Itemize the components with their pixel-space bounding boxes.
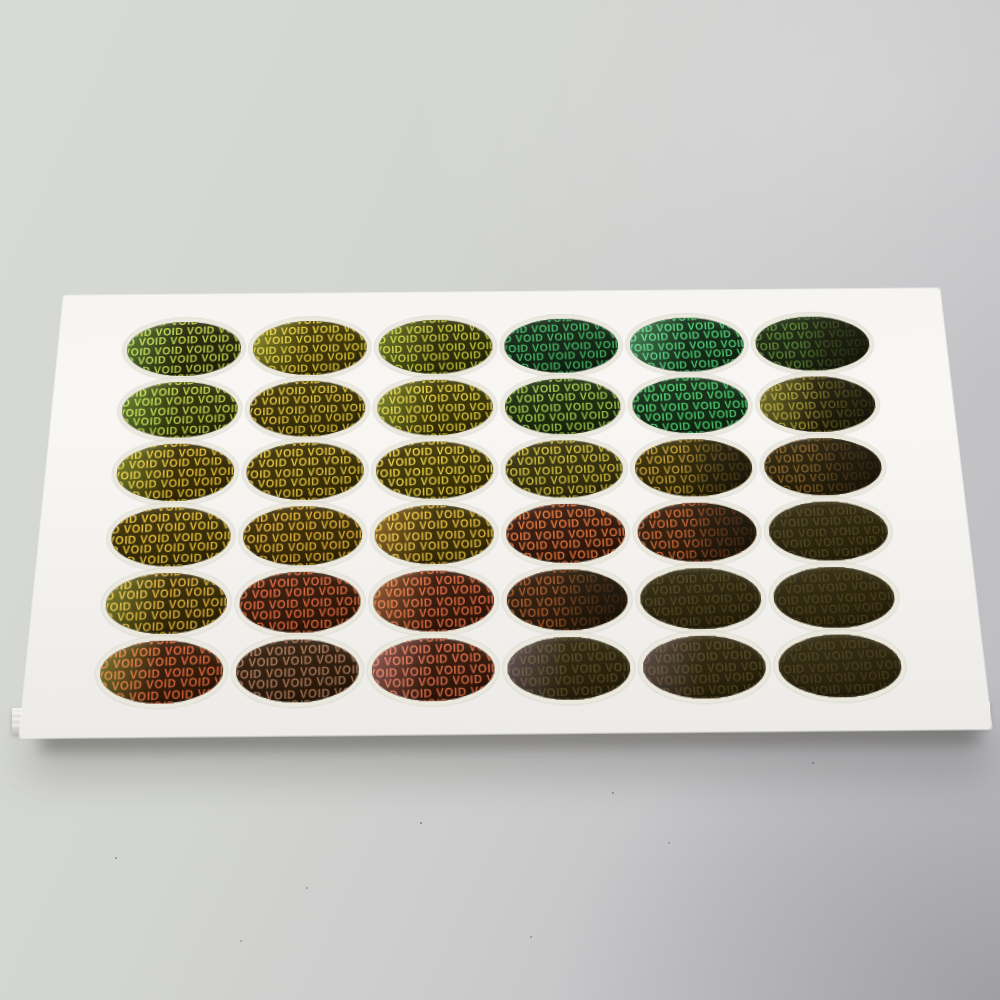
void-text-pattern: VOID VOID VOID VOID VOID VOIDVOID VOID V… bbox=[252, 321, 368, 376]
void-text-pattern: VOID VOID VOID VOID VOID VOIDVOID VOID V… bbox=[505, 440, 623, 498]
void-text-pattern: VOID VOID VOID VOID VOID VOIDVOID VOID V… bbox=[234, 639, 359, 703]
sticker-cell: VOID VOID VOID VOID VOID VOIDVOID VOID V… bbox=[500, 566, 635, 635]
void-text-pattern: VOID VOID VOID VOID VOID VOIDVOID VOID V… bbox=[125, 322, 242, 377]
void-sticker-r2c5: VOID VOID VOID VOID VOID VOIDVOID VOID V… bbox=[631, 377, 749, 433]
void-text-pattern: VOID VOID VOID VOID VOID VOIDVOID VOID V… bbox=[506, 503, 626, 563]
sticker-cell: VOID VOID VOID VOID VOID VOIDVOID VOID V… bbox=[765, 563, 904, 632]
sticker-cell: VOID VOID VOID VOID VOID VOIDVOID VOID V… bbox=[770, 631, 911, 702]
void-sticker-r1c4: VOID VOID VOID VOID VOID VOIDVOID VOID V… bbox=[504, 318, 619, 373]
sticker-cell: VOID VOID VOID VOID VOID VOIDVOID VOID V… bbox=[235, 502, 369, 569]
void-sticker-r1c2: VOID VOID VOID VOID VOID VOIDVOID VOID V… bbox=[252, 321, 368, 376]
void-sticker-r2c6: VOID VOID VOID VOID VOID VOIDVOID VOID V… bbox=[758, 376, 878, 432]
void-sticker-r6c6: VOID VOID VOID VOID VOID VOIDVOID VOID V… bbox=[776, 634, 904, 698]
sticker-cell: VOID VOID VOID VOID VOID VOIDVOID VOID V… bbox=[231, 568, 367, 637]
void-sticker-r5c4: VOID VOID VOID VOID VOID VOIDVOID VOID V… bbox=[507, 569, 629, 631]
sticker-cell: VOID VOID VOID VOID VOID VOIDVOID VOID V… bbox=[102, 504, 238, 571]
void-text-pattern: VOID VOID VOID VOID VOID VOIDVOID VOID V… bbox=[374, 505, 494, 565]
void-text-pattern: VOID VOID VOID VOID VOID VOIDVOID VOID V… bbox=[245, 442, 364, 500]
sticker-cell: VOID VOID VOID VOID VOID VOIDVOID VOID V… bbox=[366, 567, 501, 636]
void-sticker-r4c3: VOID VOID VOID VOID VOID VOIDVOID VOID V… bbox=[374, 505, 494, 565]
void-sticker-r4c1: VOID VOID VOID VOID VOID VOIDVOID VOID V… bbox=[109, 507, 232, 567]
void-sticker-r3c5: VOID VOID VOID VOID VOID VOIDVOID VOID V… bbox=[634, 439, 754, 497]
sticker-cell: VOID VOID VOID VOID VOID VOIDVOID VOID V… bbox=[628, 436, 761, 501]
sticker-cell: VOID VOID VOID VOID VOID VOIDVOID VOID V… bbox=[499, 375, 628, 438]
void-sticker-r1c3: VOID VOID VOID VOID VOID VOIDVOID VOID V… bbox=[378, 319, 492, 374]
void-sticker-r6c4: VOID VOID VOID VOID VOID VOIDVOID VOID V… bbox=[507, 637, 631, 701]
void-sticker-r4c4: VOID VOID VOID VOID VOID VOIDVOID VOID V… bbox=[506, 503, 626, 563]
sticker-cell: VOID VOID VOID VOID VOID VOIDVOID VOID V… bbox=[748, 313, 879, 374]
void-text-pattern: VOID VOID VOID VOID VOID VOIDVOID VOID V… bbox=[762, 438, 884, 496]
void-text-pattern: VOID VOID VOID VOID VOID VOIDVOID VOID V… bbox=[776, 634, 904, 698]
sticker-cell: VOID VOID VOID VOID VOID VOIDVOID VOID V… bbox=[368, 501, 501, 568]
void-sticker-r3c2: VOID VOID VOID VOID VOID VOIDVOID VOID V… bbox=[245, 442, 364, 500]
sticker-cell: VOID VOID VOID VOID VOID VOIDVOID VOID V… bbox=[633, 564, 770, 633]
sticker-grid: VOID VOID VOID VOID VOID VOIDVOID VOID V… bbox=[91, 313, 911, 708]
sticker-cell: VOID VOID VOID VOID VOID VOIDVOID VOID V… bbox=[501, 633, 638, 704]
sticker-cell: VOID VOID VOID VOID VOID VOIDVOID VOID V… bbox=[372, 316, 499, 377]
void-sticker-r6c5: VOID VOID VOID VOID VOID VOIDVOID VOID V… bbox=[642, 635, 768, 699]
dust-specks bbox=[0, 0, 2, 2]
sticker-cell: VOID VOID VOID VOID VOID VOIDVOID VOID V… bbox=[499, 437, 630, 502]
void-text-pattern: VOID VOID VOID VOID VOID VOIDVOID VOID V… bbox=[120, 382, 239, 439]
void-text-pattern: VOID VOID VOID VOID VOID VOIDVOID VOID V… bbox=[109, 507, 232, 567]
sticker-cell: VOID VOID VOID VOID VOID VOIDVOID VOID V… bbox=[623, 314, 752, 375]
void-text-pattern: VOID VOID VOID VOID VOID VOIDVOID VOID V… bbox=[504, 318, 619, 373]
void-sticker-r5c2: VOID VOID VOID VOID VOID VOIDVOID VOID V… bbox=[238, 571, 361, 633]
void-sticker-r3c4: VOID VOID VOID VOID VOID VOIDVOID VOID V… bbox=[505, 440, 623, 498]
void-text-pattern: VOID VOID VOID VOID VOID VOIDVOID VOID V… bbox=[639, 568, 763, 630]
sticker-cell: VOID VOID VOID VOID VOID VOIDVOID VOID V… bbox=[369, 438, 500, 503]
void-text-pattern: VOID VOID VOID VOID VOID VOIDVOID VOID V… bbox=[637, 502, 759, 562]
void-text-pattern: VOID VOID VOID VOID VOID VOIDVOID VOID V… bbox=[376, 441, 494, 499]
sticker-cell: VOID VOID VOID VOID VOID VOIDVOID VOID V… bbox=[498, 315, 625, 376]
void-text-pattern: VOID VOID VOID VOID VOID VOIDVOID VOID V… bbox=[507, 637, 631, 701]
void-sticker-r4c6: VOID VOID VOID VOID VOID VOIDVOID VOID V… bbox=[767, 501, 891, 561]
sticker-cell: VOID VOID VOID VOID VOID VOIDVOID VOID V… bbox=[630, 499, 765, 566]
void-sticker-r1c6: VOID VOID VOID VOID VOID VOIDVOID VOID V… bbox=[754, 316, 872, 371]
sticker-cell: VOID VOID VOID VOID VOID VOIDVOID VOID V… bbox=[91, 637, 232, 708]
void-text-pattern: VOID VOID VOID VOID VOID VOIDVOID VOID V… bbox=[103, 573, 228, 635]
void-text-pattern: VOID VOID VOID VOID VOID VOIDVOID VOID V… bbox=[505, 378, 621, 434]
sticker-cell: VOID VOID VOID VOID VOID VOIDVOID VOID V… bbox=[228, 636, 366, 707]
void-sticker-r2c2: VOID VOID VOID VOID VOID VOIDVOID VOID V… bbox=[248, 380, 365, 436]
void-text-pattern: VOID VOID VOID VOID VOID VOIDVOID VOID V… bbox=[371, 638, 494, 702]
sticker-cell: VOID VOID VOID VOID VOID VOIDVOID VOID V… bbox=[371, 376, 500, 439]
void-text-pattern: VOID VOID VOID VOID VOID VOIDVOID VOID V… bbox=[631, 377, 749, 433]
void-text-pattern: VOID VOID VOID VOID VOID VOIDVOID VOID V… bbox=[767, 501, 891, 561]
void-text-pattern: VOID VOID VOID VOID VOID VOIDVOID VOID V… bbox=[115, 443, 236, 501]
void-text-pattern: VOID VOID VOID VOID VOID VOIDVOID VOID V… bbox=[248, 380, 365, 436]
void-sticker-r4c2: VOID VOID VOID VOID VOID VOIDVOID VOID V… bbox=[242, 506, 363, 566]
void-text-pattern: VOID VOID VOID VOID VOID VOIDVOID VOID V… bbox=[373, 570, 494, 632]
void-sticker-r5c3: VOID VOID VOID VOID VOID VOIDVOID VOID V… bbox=[373, 570, 494, 632]
void-text-pattern: VOID VOID VOID VOID VOID VOIDVOID VOID V… bbox=[378, 319, 492, 374]
sticker-cell: VOID VOID VOID VOID VOID VOIDVOID VOID V… bbox=[500, 500, 633, 567]
sticker-cell: VOID VOID VOID VOID VOID VOIDVOID VOID V… bbox=[756, 434, 891, 499]
sticker-cell: VOID VOID VOID VOID VOID VOIDVOID VOID V… bbox=[239, 439, 371, 504]
sticker-cell: VOID VOID VOID VOID VOID VOIDVOID VOID V… bbox=[365, 634, 502, 705]
void-text-pattern: VOID VOID VOID VOID VOID VOIDVOID VOID V… bbox=[754, 316, 872, 371]
photo: VOID VOID VOID VOID VOID VOIDVOID VOID V… bbox=[0, 0, 1000, 1000]
void-sticker-r5c5: VOID VOID VOID VOID VOID VOIDVOID VOID V… bbox=[639, 568, 763, 630]
void-sticker-r2c1: VOID VOID VOID VOID VOID VOIDVOID VOID V… bbox=[120, 382, 239, 439]
void-sticker-r3c3: VOID VOID VOID VOID VOID VOIDVOID VOID V… bbox=[376, 441, 494, 499]
sticker-cell: VOID VOID VOID VOID VOID VOIDVOID VOID V… bbox=[242, 377, 372, 440]
void-sticker-r1c5: VOID VOID VOID VOID VOID VOIDVOID VOID V… bbox=[629, 317, 745, 372]
sticker-cell: VOID VOID VOID VOID VOID VOIDVOID VOID V… bbox=[245, 318, 373, 379]
void-text-pattern: VOID VOID VOID VOID VOID VOIDVOID VOID V… bbox=[507, 569, 629, 631]
void-sticker-r6c1: VOID VOID VOID VOID VOID VOIDVOID VOID V… bbox=[98, 640, 225, 704]
void-text-pattern: VOID VOID VOID VOID VOID VOIDVOID VOID V… bbox=[629, 317, 745, 372]
void-text-pattern: VOID VOID VOID VOID VOID VOIDVOID VOID V… bbox=[98, 640, 225, 704]
void-sticker-r3c1: VOID VOID VOID VOID VOID VOIDVOID VOID V… bbox=[115, 443, 236, 501]
sticker-cell: VOID VOID VOID VOID VOID VOIDVOID VOID V… bbox=[625, 374, 756, 437]
void-text-pattern: VOID VOID VOID VOID VOID VOIDVOID VOID V… bbox=[634, 439, 754, 497]
sticker-cell: VOID VOID VOID VOID VOID VOIDVOID VOID V… bbox=[635, 632, 774, 703]
void-sticker-r3c6: VOID VOID VOID VOID VOID VOIDVOID VOID V… bbox=[762, 438, 884, 496]
sticker-cell: VOID VOID VOID VOID VOID VOIDVOID VOID V… bbox=[752, 373, 885, 436]
sticker-cell: VOID VOID VOID VOID VOID VOIDVOID VOID V… bbox=[119, 319, 249, 380]
void-sticker-r5c6: VOID VOID VOID VOID VOID VOIDVOID VOID V… bbox=[772, 567, 898, 629]
sticker-cell: VOID VOID VOID VOID VOID VOIDVOID VOID V… bbox=[108, 440, 242, 505]
void-sticker-r6c2: VOID VOID VOID VOID VOID VOIDVOID VOID V… bbox=[234, 639, 359, 703]
void-text-pattern: VOID VOID VOID VOID VOID VOIDVOID VOID V… bbox=[642, 635, 768, 699]
sticker-cell: VOID VOID VOID VOID VOID VOIDVOID VOID V… bbox=[97, 569, 235, 638]
void-text-pattern: VOID VOID VOID VOID VOID VOIDVOID VOID V… bbox=[758, 376, 878, 432]
void-sticker-r4c5: VOID VOID VOID VOID VOID VOIDVOID VOID V… bbox=[637, 502, 759, 562]
void-text-pattern: VOID VOID VOID VOID VOID VOIDVOID VOID V… bbox=[772, 567, 898, 629]
void-text-pattern: VOID VOID VOID VOID VOID VOIDVOID VOID V… bbox=[377, 379, 493, 435]
void-text-pattern: VOID VOID VOID VOID VOID VOIDVOID VOID V… bbox=[242, 506, 363, 566]
sticker-cell: VOID VOID VOID VOID VOID VOIDVOID VOID V… bbox=[760, 498, 897, 565]
void-sticker-r5c1: VOID VOID VOID VOID VOID VOIDVOID VOID V… bbox=[103, 573, 228, 635]
void-sticker-r2c4: VOID VOID VOID VOID VOID VOIDVOID VOID V… bbox=[505, 378, 621, 434]
sticker-cell: VOID VOID VOID VOID VOID VOIDVOID VOID V… bbox=[113, 378, 245, 441]
void-sticker-r2c3: VOID VOID VOID VOID VOID VOIDVOID VOID V… bbox=[377, 379, 493, 435]
sticker-sheet: VOID VOID VOID VOID VOID VOIDVOID VOID V… bbox=[19, 288, 991, 738]
void-text-pattern: VOID VOID VOID VOID VOID VOIDVOID VOID V… bbox=[238, 571, 361, 633]
void-sticker-r1c1: VOID VOID VOID VOID VOID VOIDVOID VOID V… bbox=[125, 322, 242, 377]
void-sticker-r6c3: VOID VOID VOID VOID VOID VOIDVOID VOID V… bbox=[371, 638, 494, 702]
